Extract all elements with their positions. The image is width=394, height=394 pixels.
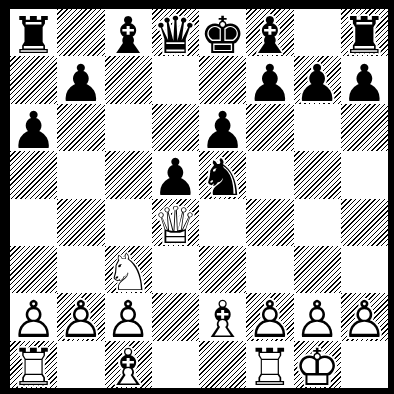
square-h8[interactable]: ♜♜ [341, 9, 388, 56]
black-rook-icon: ♜ [341, 12, 388, 59]
black-pawn-icon: ♟ [294, 59, 341, 106]
chess-board-frame: ♜♜♝♝♛♛♚♚♝♝♜♜♟♟♟♟♟♟♟♟♟♟♟♟♟♟♞♞♛♕♞♘♟♙♟♙♟♙♝♗… [0, 0, 394, 394]
square-b7[interactable]: ♟♟ [57, 56, 104, 103]
square-d2[interactable] [152, 293, 199, 340]
square-f1[interactable]: ♜♖ [246, 341, 293, 388]
black-pawn-icon: ♟ [57, 59, 104, 106]
square-d8[interactable]: ♛♛ [152, 9, 199, 56]
white-pawn-icon: ♙ [57, 296, 104, 343]
square-e2[interactable]: ♝♗ [199, 293, 246, 340]
piece-white-king: ♚♔ [294, 341, 341, 388]
piece-white-pawn: ♟♙ [105, 293, 152, 340]
piece-white-bishop: ♝♗ [105, 341, 152, 388]
square-a1[interactable]: ♜♖ [10, 341, 57, 388]
square-h2[interactable]: ♟♙ [341, 293, 388, 340]
square-c4[interactable] [105, 199, 152, 246]
black-bishop-icon: ♝ [246, 12, 293, 59]
square-g3[interactable] [294, 246, 341, 293]
square-c6[interactable] [105, 104, 152, 151]
square-h5[interactable] [341, 151, 388, 198]
square-a6[interactable]: ♟♟ [10, 104, 57, 151]
square-f7[interactable]: ♟♟ [246, 56, 293, 103]
chess-board: ♜♜♝♝♛♛♚♚♝♝♜♜♟♟♟♟♟♟♟♟♟♟♟♟♟♟♞♞♛♕♞♘♟♙♟♙♟♙♝♗… [10, 9, 388, 388]
square-g8[interactable] [294, 9, 341, 56]
white-pawn-icon: ♙ [341, 296, 388, 343]
piece-black-pawn: ♟♟ [152, 151, 199, 198]
piece-black-rook: ♜♜ [10, 9, 57, 56]
square-e8[interactable]: ♚♚ [199, 9, 246, 56]
piece-white-pawn: ♟♙ [57, 293, 104, 340]
square-d5[interactable]: ♟♟ [152, 151, 199, 198]
square-h7[interactable]: ♟♟ [341, 56, 388, 103]
white-pawn-icon: ♙ [294, 296, 341, 343]
piece-black-rook: ♜♜ [341, 9, 388, 56]
square-f8[interactable]: ♝♝ [246, 9, 293, 56]
piece-white-pawn: ♟♙ [246, 293, 293, 340]
piece-white-rook: ♜♖ [246, 341, 293, 388]
square-d6[interactable] [152, 104, 199, 151]
piece-white-knight: ♞♘ [105, 246, 152, 293]
square-c3[interactable]: ♞♘ [105, 246, 152, 293]
square-e3[interactable] [199, 246, 246, 293]
piece-black-pawn: ♟♟ [199, 104, 246, 151]
square-d4[interactable]: ♛♕ [152, 199, 199, 246]
square-h4[interactable] [341, 199, 388, 246]
square-d1[interactable] [152, 341, 199, 388]
square-f4[interactable] [246, 199, 293, 246]
square-c1[interactable]: ♝♗ [105, 341, 152, 388]
white-pawn-icon: ♙ [105, 296, 152, 343]
black-pawn-icon: ♟ [10, 107, 57, 154]
black-rook-icon: ♜ [10, 12, 57, 59]
square-a4[interactable] [10, 199, 57, 246]
black-pawn-icon: ♟ [246, 59, 293, 106]
square-b2[interactable]: ♟♙ [57, 293, 104, 340]
white-bishop-icon: ♗ [105, 344, 152, 391]
square-g5[interactable] [294, 151, 341, 198]
black-knight-icon: ♞ [199, 154, 246, 201]
white-rook-icon: ♖ [10, 344, 57, 391]
square-a8[interactable]: ♜♜ [10, 9, 57, 56]
piece-white-bishop: ♝♗ [199, 293, 246, 340]
square-e5[interactable]: ♞♞ [199, 151, 246, 198]
piece-white-pawn: ♟♙ [294, 293, 341, 340]
piece-white-pawn: ♟♙ [341, 293, 388, 340]
square-g1[interactable]: ♚♔ [294, 341, 341, 388]
piece-white-queen: ♛♕ [152, 199, 199, 246]
piece-black-pawn: ♟♟ [341, 56, 388, 103]
square-b8[interactable] [57, 9, 104, 56]
square-f5[interactable] [246, 151, 293, 198]
square-f2[interactable]: ♟♙ [246, 293, 293, 340]
square-b5[interactable] [57, 151, 104, 198]
square-g4[interactable] [294, 199, 341, 246]
white-pawn-icon: ♙ [246, 296, 293, 343]
piece-black-pawn: ♟♟ [294, 56, 341, 103]
square-c5[interactable] [105, 151, 152, 198]
black-pawn-icon: ♟ [152, 154, 199, 201]
white-pawn-icon: ♙ [10, 296, 57, 343]
piece-black-pawn: ♟♟ [57, 56, 104, 103]
piece-black-pawn: ♟♟ [246, 56, 293, 103]
piece-black-bishop: ♝♝ [246, 9, 293, 56]
square-g2[interactable]: ♟♙ [294, 293, 341, 340]
square-c8[interactable]: ♝♝ [105, 9, 152, 56]
piece-white-pawn: ♟♙ [10, 293, 57, 340]
white-knight-icon: ♘ [105, 249, 152, 296]
black-king-icon: ♚ [199, 12, 246, 59]
white-king-icon: ♔ [294, 344, 341, 391]
square-b4[interactable] [57, 199, 104, 246]
black-pawn-icon: ♟ [341, 59, 388, 106]
square-b3[interactable] [57, 246, 104, 293]
piece-black-queen: ♛♛ [152, 9, 199, 56]
square-c2[interactable]: ♟♙ [105, 293, 152, 340]
black-queen-icon: ♛ [152, 12, 199, 59]
square-a2[interactable]: ♟♙ [10, 293, 57, 340]
piece-black-knight: ♞♞ [199, 151, 246, 198]
square-e6[interactable]: ♟♟ [199, 104, 246, 151]
square-h3[interactable] [341, 246, 388, 293]
square-g7[interactable]: ♟♟ [294, 56, 341, 103]
piece-black-pawn: ♟♟ [10, 104, 57, 151]
piece-black-bishop: ♝♝ [105, 9, 152, 56]
piece-black-king: ♚♚ [199, 9, 246, 56]
black-bishop-icon: ♝ [105, 12, 152, 59]
piece-white-rook: ♜♖ [10, 341, 57, 388]
white-rook-icon: ♖ [246, 344, 293, 391]
black-pawn-icon: ♟ [199, 107, 246, 154]
square-a3[interactable] [10, 246, 57, 293]
white-bishop-icon: ♗ [199, 296, 246, 343]
square-f3[interactable] [246, 246, 293, 293]
white-queen-icon: ♕ [152, 202, 199, 249]
